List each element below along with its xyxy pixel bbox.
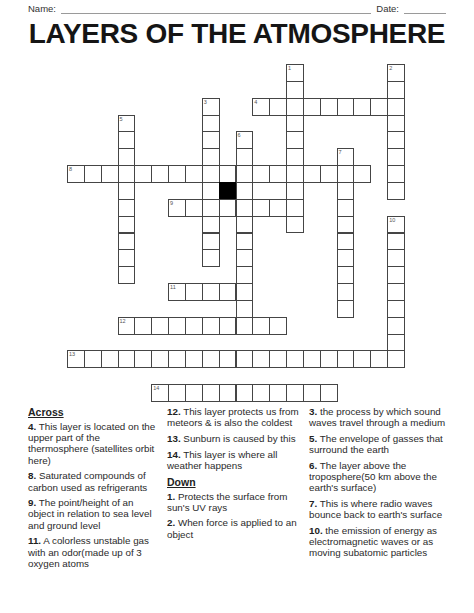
grid-cell[interactable] bbox=[252, 165, 270, 183]
clue-number: 11. bbox=[28, 535, 41, 546]
name-label: Name: bbox=[28, 3, 56, 14]
down-header: Down bbox=[167, 476, 303, 488]
grid-cell[interactable] bbox=[236, 165, 254, 183]
clues-section: Across4. This layer is located on the up… bbox=[28, 406, 449, 573]
grid-cell[interactable] bbox=[236, 216, 254, 234]
grid-cell[interactable] bbox=[286, 115, 304, 133]
grid-cell[interactable] bbox=[269, 165, 287, 183]
name-date-row: Name: Date: bbox=[28, 2, 446, 14]
grid-cell[interactable] bbox=[337, 199, 355, 217]
grid-cell[interactable] bbox=[185, 350, 203, 368]
grid-cell[interactable] bbox=[320, 98, 338, 116]
grid-cell[interactable] bbox=[202, 283, 220, 301]
grid-cell[interactable] bbox=[118, 216, 136, 234]
grid-cell[interactable] bbox=[252, 199, 270, 217]
cell-number: 14 bbox=[153, 385, 159, 391]
grid-cell[interactable]: 5 bbox=[118, 115, 136, 133]
grid-cell[interactable]: 4 bbox=[252, 98, 270, 116]
grid-cell[interactable]: 3 bbox=[202, 98, 220, 116]
grid-cell[interactable] bbox=[337, 249, 355, 267]
cell-number: 12 bbox=[120, 318, 126, 324]
grid-cell[interactable] bbox=[320, 384, 338, 402]
grid-cell[interactable] bbox=[387, 249, 405, 267]
grid-cell[interactable] bbox=[134, 165, 152, 183]
grid-cell[interactable] bbox=[286, 98, 304, 116]
grid-cell[interactable] bbox=[320, 165, 338, 183]
grid-cell[interactable] bbox=[286, 182, 304, 200]
grid-cell[interactable] bbox=[269, 199, 287, 217]
grid-cell[interactable] bbox=[286, 384, 304, 402]
clue-down-7: 7. This is where radio waves bounce back… bbox=[309, 498, 449, 520]
grid-cell[interactable] bbox=[387, 334, 405, 352]
date-input-line[interactable] bbox=[404, 2, 446, 14]
clue-down-10: 10. the emission of energy as electromag… bbox=[309, 525, 449, 559]
crossword-grid: 1234567891011121314 bbox=[67, 64, 406, 403]
clue-number: 12. bbox=[167, 406, 181, 417]
clue-text: The envelope of gasses that surround the… bbox=[309, 433, 443, 455]
grid-cell[interactable] bbox=[387, 182, 405, 200]
grid-cell[interactable] bbox=[337, 98, 355, 116]
grid-cell[interactable] bbox=[236, 266, 254, 284]
clue-across-12: 12. This layer protects us from meteors … bbox=[167, 406, 303, 428]
page-title: LAYERS OF THE ATMOSPHERE bbox=[0, 18, 474, 50]
grid-cell[interactable] bbox=[202, 350, 220, 368]
clue-text: the emission of energy as electromagneti… bbox=[309, 525, 437, 558]
grid-cell[interactable] bbox=[202, 182, 220, 200]
grid-cell[interactable] bbox=[387, 283, 405, 301]
clue-number: 5. bbox=[309, 433, 317, 444]
grid-cell[interactable] bbox=[387, 165, 405, 183]
grid-cell[interactable] bbox=[118, 249, 136, 267]
clue-text: Saturated compounds of carbon used as re… bbox=[28, 470, 147, 492]
grid-cell[interactable] bbox=[286, 216, 304, 234]
clue-text: Sunburn is caused by this bbox=[183, 433, 295, 444]
cell-number: 11 bbox=[170, 284, 176, 290]
grid-cell[interactable] bbox=[387, 81, 405, 99]
clue-across-11: 11. A colorless unstable gas with an odo… bbox=[28, 535, 161, 569]
cell-number: 5 bbox=[120, 116, 123, 122]
grid-cell[interactable] bbox=[185, 165, 203, 183]
clue-across-4: 4. This layer is located on the upper pa… bbox=[28, 421, 161, 466]
grid-cell[interactable] bbox=[202, 199, 220, 217]
date-label: Date: bbox=[376, 3, 399, 14]
grid-cell[interactable] bbox=[151, 165, 169, 183]
grid-cell[interactable] bbox=[252, 317, 270, 335]
grid-cell[interactable] bbox=[370, 350, 388, 368]
grid-cell[interactable] bbox=[202, 165, 220, 183]
cell-number: 9 bbox=[170, 200, 173, 206]
grid-cell[interactable] bbox=[387, 317, 405, 335]
name-input-line[interactable] bbox=[61, 2, 371, 14]
grid-cell[interactable] bbox=[118, 199, 136, 217]
clue-down-3: 3. the process by which sound waves trav… bbox=[309, 406, 449, 428]
grid-cell[interactable] bbox=[337, 350, 355, 368]
grid-cell[interactable] bbox=[202, 115, 220, 133]
grid-cell[interactable] bbox=[337, 300, 355, 318]
clue-text: This layer is where all weather happens bbox=[167, 449, 277, 471]
grid-cell[interactable] bbox=[219, 350, 237, 368]
grid-cell[interactable] bbox=[151, 317, 169, 335]
grid-cell[interactable]: 6 bbox=[236, 131, 254, 149]
clue-text: A colorless unstable gas with an odor(ma… bbox=[28, 535, 149, 568]
grid-cell[interactable] bbox=[202, 131, 220, 149]
grid-cell[interactable] bbox=[202, 148, 220, 166]
grid-cell[interactable] bbox=[118, 266, 136, 284]
grid-cell[interactable] bbox=[252, 384, 270, 402]
cell-number: 8 bbox=[69, 166, 72, 172]
grid-cell[interactable] bbox=[387, 148, 405, 166]
grid-cell[interactable] bbox=[118, 233, 136, 251]
grid-cell[interactable] bbox=[337, 233, 355, 251]
clue-down-6: 6. The layer above the troposphere(50 km… bbox=[309, 460, 449, 494]
grid-cell[interactable] bbox=[353, 165, 371, 183]
clue-text: This layer is located on the upper part … bbox=[28, 421, 155, 466]
grid-cell[interactable] bbox=[387, 266, 405, 284]
clue-number: 6. bbox=[309, 460, 317, 471]
cell-number: 2 bbox=[389, 65, 392, 71]
grid-cell[interactable] bbox=[269, 317, 287, 335]
grid-cell[interactable] bbox=[101, 350, 119, 368]
grid-cell[interactable] bbox=[236, 350, 254, 368]
grid-cell[interactable]: 7 bbox=[337, 148, 355, 166]
grid-cell[interactable] bbox=[219, 283, 237, 301]
grid-cell[interactable] bbox=[236, 249, 254, 267]
grid-cell[interactable] bbox=[168, 384, 186, 402]
grid-cell[interactable] bbox=[118, 350, 136, 368]
grid-cell[interactable] bbox=[84, 165, 102, 183]
clue-number: 13. bbox=[167, 433, 181, 444]
grid-cell[interactable] bbox=[236, 300, 254, 318]
grid-cell[interactable] bbox=[303, 350, 321, 368]
clue-number: 2. bbox=[167, 517, 175, 528]
grid-cell[interactable] bbox=[168, 165, 186, 183]
clue-down-1: 1. Protects the surface from sun's UV ra… bbox=[167, 491, 303, 513]
grid-cell[interactable] bbox=[303, 98, 321, 116]
clue-number: 3. bbox=[309, 406, 317, 417]
cell-number: 1 bbox=[288, 65, 291, 71]
grid-cell[interactable] bbox=[337, 266, 355, 284]
grid-cell[interactable] bbox=[303, 384, 321, 402]
clue-number: 8. bbox=[28, 470, 36, 481]
clue-across-8: 8. Saturated compounds of carbon used as… bbox=[28, 470, 161, 492]
clue-across-13: 13. Sunburn is caused by this bbox=[167, 433, 303, 444]
grid-cell[interactable] bbox=[236, 199, 254, 217]
grid-cell[interactable]: 1 bbox=[286, 64, 304, 82]
grid-cell[interactable] bbox=[286, 81, 304, 99]
grid-cell[interactable]: 11 bbox=[168, 283, 186, 301]
grid-cell[interactable] bbox=[370, 98, 388, 116]
grid-cell[interactable] bbox=[320, 350, 338, 368]
clue-across-14: 14. This layer is where all weather happ… bbox=[167, 449, 303, 471]
clue-number: 10. bbox=[309, 525, 323, 536]
clue-text: When force is applied to an object bbox=[167, 517, 297, 539]
grid-cell[interactable] bbox=[219, 384, 237, 402]
clue-down-5: 5. The envelope of gasses that surround … bbox=[309, 433, 449, 455]
grid-cell[interactable] bbox=[387, 233, 405, 251]
grid-cell[interactable] bbox=[387, 115, 405, 133]
clue-number: 9. bbox=[28, 497, 36, 508]
grid-cell[interactable] bbox=[236, 148, 254, 166]
grid-cell[interactable]: 10 bbox=[387, 216, 405, 234]
cell-number: 7 bbox=[339, 149, 342, 155]
black-cell bbox=[219, 182, 237, 200]
clue-number: 7. bbox=[309, 498, 317, 509]
grid-cell[interactable] bbox=[353, 98, 371, 116]
grid-cell[interactable] bbox=[151, 350, 169, 368]
grid-cell[interactable] bbox=[236, 233, 254, 251]
grid-cell[interactable] bbox=[337, 216, 355, 234]
grid-cell[interactable]: 13 bbox=[67, 350, 85, 368]
grid-cell[interactable] bbox=[202, 249, 220, 267]
cell-number: 10 bbox=[389, 217, 395, 223]
clue-across-9: 9. The point/height of an object in rela… bbox=[28, 497, 161, 531]
grid-cell[interactable] bbox=[286, 199, 304, 217]
grid-cell[interactable] bbox=[202, 384, 220, 402]
grid-cell[interactable] bbox=[118, 165, 136, 183]
clue-column-2: 12. This layer protects us from meteors … bbox=[167, 406, 303, 573]
clue-down-2: 2. When force is applied to an object bbox=[167, 517, 303, 539]
clue-text: This layer protects us from meteors & is… bbox=[167, 406, 299, 428]
grid-cell[interactable] bbox=[219, 317, 237, 335]
grid-cell[interactable]: 2 bbox=[387, 64, 405, 82]
grid-cell[interactable] bbox=[387, 300, 405, 318]
grid-cell[interactable] bbox=[202, 317, 220, 335]
grid-cell[interactable] bbox=[202, 233, 220, 251]
grid-cell[interactable] bbox=[134, 350, 152, 368]
grid-cell[interactable] bbox=[303, 165, 321, 183]
clue-text: The point/height of an object in relatio… bbox=[28, 497, 152, 530]
grid-cell[interactable] bbox=[387, 131, 405, 149]
grid-cell[interactable] bbox=[168, 317, 186, 335]
clue-text: Protects the surface from sun's UV rays bbox=[167, 491, 287, 513]
grid-cell[interactable] bbox=[269, 384, 287, 402]
grid-cell[interactable] bbox=[252, 350, 270, 368]
grid-cell[interactable] bbox=[219, 199, 237, 217]
grid-cell[interactable] bbox=[202, 216, 220, 234]
grid-cell[interactable] bbox=[286, 148, 304, 166]
grid-cell[interactable] bbox=[236, 317, 254, 335]
cell-number: 4 bbox=[254, 99, 257, 105]
grid-cell[interactable] bbox=[337, 165, 355, 183]
cell-number: 13 bbox=[69, 351, 75, 357]
clue-number: 14. bbox=[167, 449, 181, 460]
grid-cell[interactable] bbox=[134, 317, 152, 335]
grid-cell[interactable] bbox=[269, 350, 287, 368]
grid-cell[interactable] bbox=[185, 317, 203, 335]
grid-cell[interactable] bbox=[185, 199, 203, 217]
grid-cell[interactable] bbox=[387, 98, 405, 116]
grid-cell[interactable] bbox=[185, 283, 203, 301]
grid-cell[interactable] bbox=[387, 350, 405, 368]
grid-cell[interactable] bbox=[185, 384, 203, 402]
grid-cell[interactable]: 14 bbox=[151, 384, 169, 402]
grid-cell[interactable]: 12 bbox=[118, 317, 136, 335]
grid-cell[interactable] bbox=[286, 350, 304, 368]
grid-cell[interactable] bbox=[337, 182, 355, 200]
grid-cell[interactable]: 8 bbox=[67, 165, 85, 183]
grid-cell[interactable] bbox=[168, 350, 186, 368]
grid-cell[interactable] bbox=[236, 384, 254, 402]
grid-cell[interactable] bbox=[353, 350, 371, 368]
grid-cell[interactable] bbox=[337, 283, 355, 301]
grid-cell[interactable] bbox=[118, 131, 136, 149]
across-header: Across bbox=[28, 406, 161, 418]
clue-number: 1. bbox=[167, 491, 175, 502]
clue-column-1: Across4. This layer is located on the up… bbox=[28, 406, 161, 573]
clue-text: This is where radio waves bounce back to… bbox=[309, 498, 442, 520]
cell-number: 6 bbox=[238, 132, 241, 138]
grid-cell[interactable] bbox=[84, 350, 102, 368]
grid-cell[interactable] bbox=[236, 182, 254, 200]
clue-number: 4. bbox=[28, 421, 36, 432]
grid-cell[interactable]: 9 bbox=[168, 199, 186, 217]
grid-cell[interactable] bbox=[286, 131, 304, 149]
grid-cell[interactable] bbox=[101, 165, 119, 183]
grid-cell[interactable] bbox=[219, 165, 237, 183]
grid-cell[interactable] bbox=[118, 148, 136, 166]
clue-column-3: 3. the process by which sound waves trav… bbox=[309, 406, 449, 573]
grid-cell[interactable] bbox=[286, 165, 304, 183]
clue-text: the process by which sound waves travel … bbox=[309, 406, 445, 428]
grid-cell[interactable] bbox=[269, 98, 287, 116]
grid-cell[interactable] bbox=[118, 182, 136, 200]
cell-number: 3 bbox=[204, 99, 207, 105]
grid-cell[interactable] bbox=[236, 283, 254, 301]
clue-text: The layer above the troposphere(50 km ab… bbox=[309, 460, 437, 493]
